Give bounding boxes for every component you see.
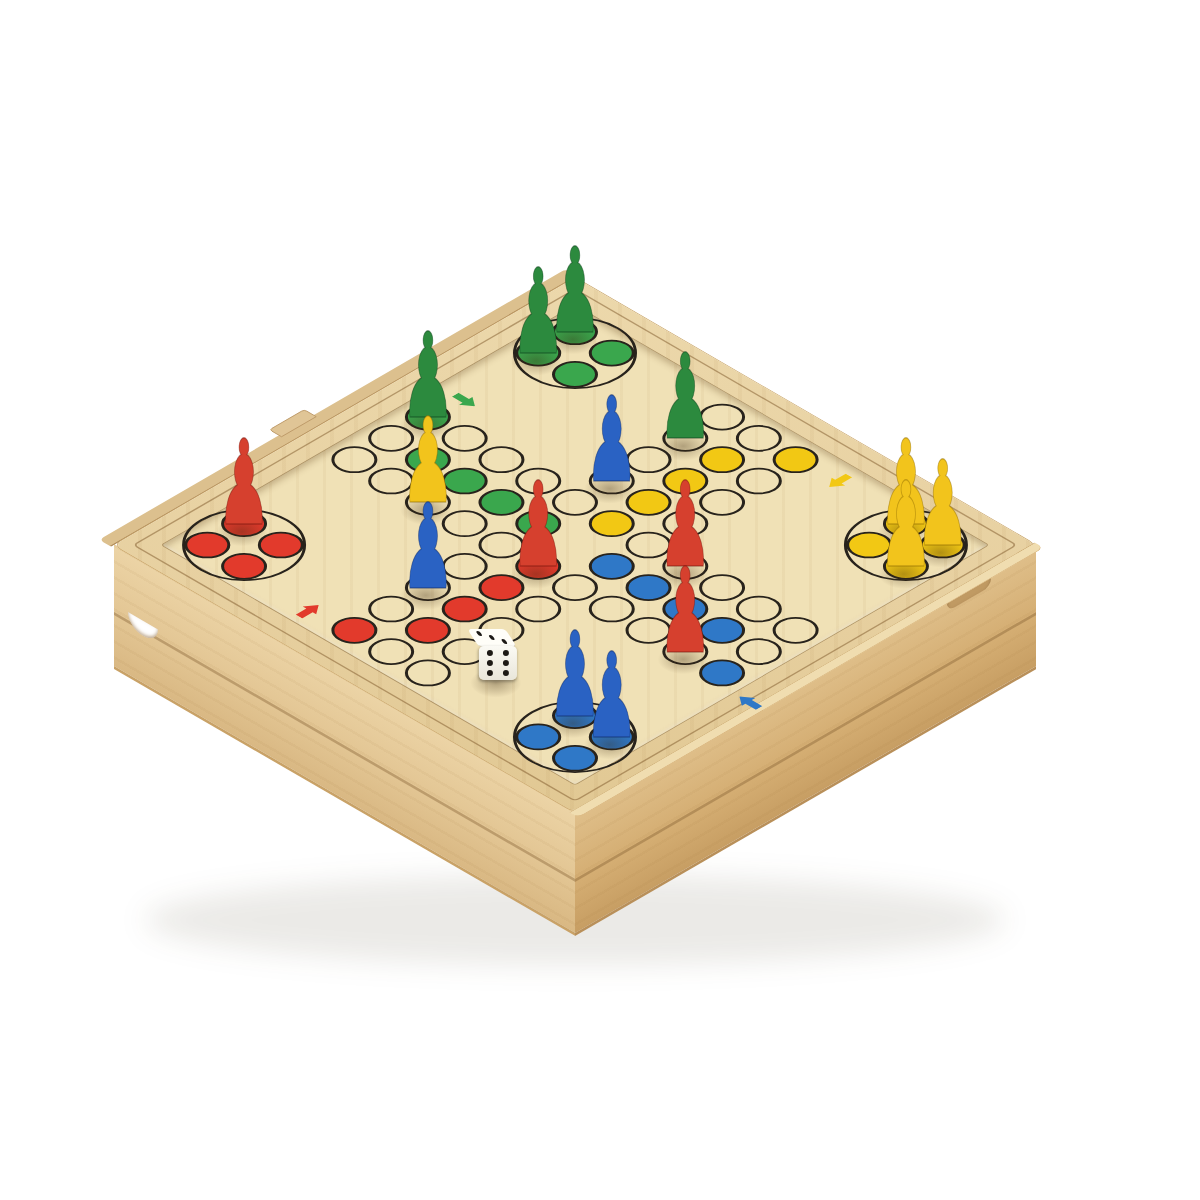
pawn-yellow-3[interactable]: ♟: [889, 472, 922, 572]
die-top-face: [467, 629, 517, 647]
pawn-blue-3[interactable]: ♟: [595, 387, 628, 487]
pawn-green-4[interactable]: ♟: [669, 344, 702, 444]
die[interactable]: [475, 624, 521, 680]
product-photo: ♟♟♟♟♟♟♟♟♟♟♟♟♟♟♟♟: [0, 0, 1200, 1200]
ludo-pawn-glyph: ♟: [400, 500, 455, 594]
ludo-pawn-glyph: ♟: [584, 649, 639, 743]
ludo-pawn-glyph: ♟: [584, 393, 639, 487]
pawn-blue-2[interactable]: ♟: [595, 643, 628, 743]
ludo-pawn-glyph: ♟: [217, 436, 272, 530]
ludo-pawn-glyph: ♟: [878, 478, 933, 572]
ludo-pawn-glyph: ♟: [511, 265, 566, 359]
die-front-face: [479, 646, 517, 680]
pawn-red-1[interactable]: ♟: [227, 430, 260, 530]
pawn-blue-4[interactable]: ♟: [411, 494, 444, 594]
pawn-green-2[interactable]: ♟: [522, 259, 555, 359]
ludo-pawn-glyph: ♟: [511, 478, 566, 572]
pawn-red-3[interactable]: ♟: [669, 558, 702, 658]
pawn-red-4[interactable]: ♟: [522, 472, 555, 572]
ludo-pawn-glyph: ♟: [658, 350, 713, 444]
ludo-pawn-glyph: ♟: [658, 564, 713, 658]
